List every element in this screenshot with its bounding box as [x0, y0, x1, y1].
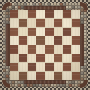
- board-square-g6[interactable]: [63, 28, 71, 36]
- board-square-g2[interactable]: [63, 63, 71, 71]
- board-square-d1[interactable]: [36, 72, 44, 80]
- chessboard-photo: [0, 0, 90, 90]
- board-square-b8[interactable]: [19, 10, 27, 18]
- board-square-g1[interactable]: [63, 72, 71, 80]
- board-square-f3[interactable]: [54, 54, 62, 62]
- board-square-b7[interactable]: [19, 19, 27, 27]
- board-square-f6[interactable]: [54, 28, 62, 36]
- board-square-d8[interactable]: [36, 10, 44, 18]
- board-square-h7[interactable]: [72, 19, 80, 27]
- board-square-e2[interactable]: [45, 63, 53, 71]
- board-square-c8[interactable]: [28, 10, 36, 18]
- board-square-h2[interactable]: [72, 63, 80, 71]
- board-square-f4[interactable]: [54, 45, 62, 53]
- board-square-f2[interactable]: [54, 63, 62, 71]
- board-square-c6[interactable]: [28, 28, 36, 36]
- border-accent-band-bottom: [24, 80, 66, 84]
- board-square-d7[interactable]: [36, 19, 44, 27]
- board-square-b1[interactable]: [19, 72, 27, 80]
- board-square-d6[interactable]: [36, 28, 44, 36]
- board-square-b3[interactable]: [19, 54, 27, 62]
- board-square-e1[interactable]: [45, 72, 53, 80]
- board-square-g4[interactable]: [63, 45, 71, 53]
- board-square-h1[interactable]: [72, 72, 80, 80]
- board-square-a4[interactable]: [10, 45, 18, 53]
- board-square-b4[interactable]: [19, 45, 27, 53]
- board-square-c2[interactable]: [28, 63, 36, 71]
- board-square-e7[interactable]: [45, 19, 53, 27]
- chess-board: [10, 10, 80, 80]
- board-square-h4[interactable]: [72, 45, 80, 53]
- board-square-a6[interactable]: [10, 28, 18, 36]
- board-square-g3[interactable]: [63, 54, 71, 62]
- board-square-h5[interactable]: [72, 36, 80, 44]
- board-square-d2[interactable]: [36, 63, 44, 71]
- board-square-b2[interactable]: [19, 63, 27, 71]
- board-square-a2[interactable]: [10, 63, 18, 71]
- board-square-h3[interactable]: [72, 54, 80, 62]
- board-square-f8[interactable]: [54, 10, 62, 18]
- board-square-f5[interactable]: [54, 36, 62, 44]
- board-square-e3[interactable]: [45, 54, 53, 62]
- board-square-f1[interactable]: [54, 72, 62, 80]
- board-square-c1[interactable]: [28, 72, 36, 80]
- board-square-e8[interactable]: [45, 10, 53, 18]
- board-square-d4[interactable]: [36, 45, 44, 53]
- board-square-g7[interactable]: [63, 19, 71, 27]
- board-square-h8[interactable]: [72, 10, 80, 18]
- board-square-b5[interactable]: [19, 36, 27, 44]
- board-square-g5[interactable]: [63, 36, 71, 44]
- board-square-c7[interactable]: [28, 19, 36, 27]
- board-square-a5[interactable]: [10, 36, 18, 44]
- board-square-e4[interactable]: [45, 45, 53, 53]
- board-square-g8[interactable]: [63, 10, 71, 18]
- board-square-f7[interactable]: [54, 19, 62, 27]
- board-square-e5[interactable]: [45, 36, 53, 44]
- board-square-c5[interactable]: [28, 36, 36, 44]
- board-square-h6[interactable]: [72, 28, 80, 36]
- board-square-d5[interactable]: [36, 36, 44, 44]
- board-square-c3[interactable]: [28, 54, 36, 62]
- border-accent-band-right: [80, 24, 84, 66]
- board-square-a1[interactable]: [10, 72, 18, 80]
- board-square-e6[interactable]: [45, 28, 53, 36]
- board-square-a3[interactable]: [10, 54, 18, 62]
- board-square-c4[interactable]: [28, 45, 36, 53]
- board-square-b6[interactable]: [19, 28, 27, 36]
- board-square-d3[interactable]: [36, 54, 44, 62]
- board-square-a8[interactable]: [10, 10, 18, 18]
- board-square-a7[interactable]: [10, 19, 18, 27]
